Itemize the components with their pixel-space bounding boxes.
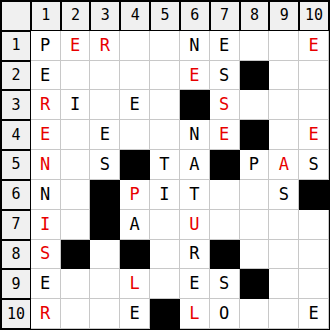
block-cell-r8c2 [61,240,91,270]
cell-r4c2[interactable] [61,120,91,150]
cell-r6c5[interactable]: I [150,180,180,210]
cell-r10c2[interactable] [61,299,91,329]
cell-r1c8[interactable] [240,31,270,61]
cell-r9c7[interactable]: S [210,269,240,299]
row-header-3: 3 [1,90,31,120]
cell-r9c2[interactable] [61,269,91,299]
cell-r6c8[interactable] [240,180,270,210]
cell-r3c2[interactable]: I [61,90,91,120]
cell-r10c10[interactable]: E [299,299,329,329]
cell-r6c6[interactable]: T [180,180,210,210]
cell-r6c2[interactable] [61,180,91,210]
col-header-10: 10 [299,1,329,31]
cell-r4c6[interactable]: N [180,120,210,150]
crossword-board: 123456789101PERNEE2EES3RIES4EENEE5NSTAPA… [0,0,330,330]
cell-r10c9[interactable] [269,299,299,329]
cell-r5c2[interactable] [61,150,91,180]
col-header-9: 9 [269,1,299,31]
cell-r1c6[interactable]: N [180,31,210,61]
cell-r1c2[interactable]: E [61,31,91,61]
cell-r1c5[interactable] [150,31,180,61]
col-header-7: 7 [210,1,240,31]
cell-r2c4[interactable] [120,61,150,91]
cell-r1c4[interactable] [120,31,150,61]
block-cell-r6c3 [90,180,120,210]
cell-r8c10[interactable] [299,240,329,270]
cell-r7c1[interactable]: I [31,210,61,240]
cell-r2c3[interactable] [90,61,120,91]
col-header-5: 5 [150,1,180,31]
cell-r7c10[interactable] [299,210,329,240]
cell-r3c3[interactable] [90,90,120,120]
block-cell-r9c8 [240,269,270,299]
cell-r4c1[interactable]: E [31,120,61,150]
cell-r3c4[interactable]: E [120,90,150,120]
cell-r9c4[interactable]: L [120,269,150,299]
cell-r3c9[interactable] [269,90,299,120]
cell-r4c5[interactable] [150,120,180,150]
block-cell-r4c8 [240,120,270,150]
cell-r1c1[interactable]: P [31,31,61,61]
cell-r10c4[interactable]: E [120,299,150,329]
cell-r3c8[interactable] [240,90,270,120]
cell-r4c10[interactable]: E [299,120,329,150]
cell-r6c7[interactable] [210,180,240,210]
corner-cell [1,1,31,31]
col-header-4: 4 [120,1,150,31]
row-header-7: 7 [1,210,31,240]
cell-r8c3[interactable] [90,240,120,270]
cell-r7c5[interactable] [150,210,180,240]
block-cell-r2c8 [240,61,270,91]
cell-r9c5[interactable] [150,269,180,299]
cell-r9c6[interactable]: E [180,269,210,299]
col-header-8: 8 [240,1,270,31]
cell-r1c7[interactable]: E [210,31,240,61]
cell-r6c1[interactable]: N [31,180,61,210]
cell-r2c10[interactable] [299,61,329,91]
cell-r10c7[interactable]: O [210,299,240,329]
cell-r2c9[interactable] [269,61,299,91]
cell-r3c1[interactable]: R [31,90,61,120]
block-cell-r7c3 [90,210,120,240]
cell-r3c10[interactable] [299,90,329,120]
block-cell-r8c7 [210,240,240,270]
row-header-4: 4 [1,120,31,150]
block-cell-r6c10 [299,180,329,210]
block-cell-r3c6 [180,90,210,120]
cell-r5c3[interactable]: S [90,150,120,180]
row-header-5: 5 [1,150,31,180]
cell-r4c4[interactable] [120,120,150,150]
col-header-6: 6 [180,1,210,31]
cell-r2c5[interactable] [150,61,180,91]
cell-r3c7[interactable]: S [210,90,240,120]
row-header-6: 6 [1,180,31,210]
cell-r2c7[interactable]: S [210,61,240,91]
cell-r7c8[interactable] [240,210,270,240]
col-header-2: 2 [61,1,91,31]
cell-r2c2[interactable] [61,61,91,91]
cell-r1c9[interactable] [269,31,299,61]
cell-r8c5[interactable] [150,240,180,270]
cell-r7c4[interactable]: A [120,210,150,240]
cell-r8c6[interactable]: R [180,240,210,270]
cell-r5c1[interactable]: N [31,150,61,180]
cell-r10c6[interactable]: L [180,299,210,329]
cell-r10c3[interactable] [90,299,120,329]
cell-r2c1[interactable]: E [31,61,61,91]
cell-r2c6[interactable]: E [180,61,210,91]
block-cell-r10c5 [150,299,180,329]
cell-r9c9[interactable] [269,269,299,299]
cell-r8c8[interactable] [240,240,270,270]
cell-r1c10[interactable]: E [299,31,329,61]
cell-r5c6[interactable]: A [180,150,210,180]
col-header-1: 1 [31,1,61,31]
cell-r6c4[interactable]: P [120,180,150,210]
cell-r5c8[interactable]: P [240,150,270,180]
cell-r8c1[interactable]: S [31,240,61,270]
cell-r1c3[interactable]: R [90,31,120,61]
cell-r4c7[interactable]: E [210,120,240,150]
block-cell-r5c4 [120,150,150,180]
cell-r7c2[interactable] [61,210,91,240]
cell-r7c6[interactable]: U [180,210,210,240]
row-header-10: 10 [1,299,31,329]
row-header-2: 2 [1,61,31,91]
cell-r5c5[interactable]: T [150,150,180,180]
cell-r9c1[interactable]: E [31,269,61,299]
cell-r4c3[interactable]: E [90,120,120,150]
cell-r10c1[interactable]: R [31,299,61,329]
row-header-1: 1 [1,31,31,61]
cell-r9c10[interactable] [299,269,329,299]
cell-r9c3[interactable] [90,269,120,299]
block-cell-r8c4 [120,240,150,270]
col-header-3: 3 [90,1,120,31]
cell-r6c9[interactable]: S [269,180,299,210]
cell-r5c9[interactable]: A [269,150,299,180]
block-cell-r5c7 [210,150,240,180]
row-header-8: 8 [1,240,31,270]
cell-r4c9[interactable] [269,120,299,150]
row-header-9: 9 [1,269,31,299]
cell-r7c7[interactable] [210,210,240,240]
cell-r8c9[interactable] [269,240,299,270]
cell-r10c8[interactable] [240,299,270,329]
cell-r3c5[interactable] [150,90,180,120]
cell-r5c10[interactable]: S [299,150,329,180]
cell-r7c9[interactable] [269,210,299,240]
